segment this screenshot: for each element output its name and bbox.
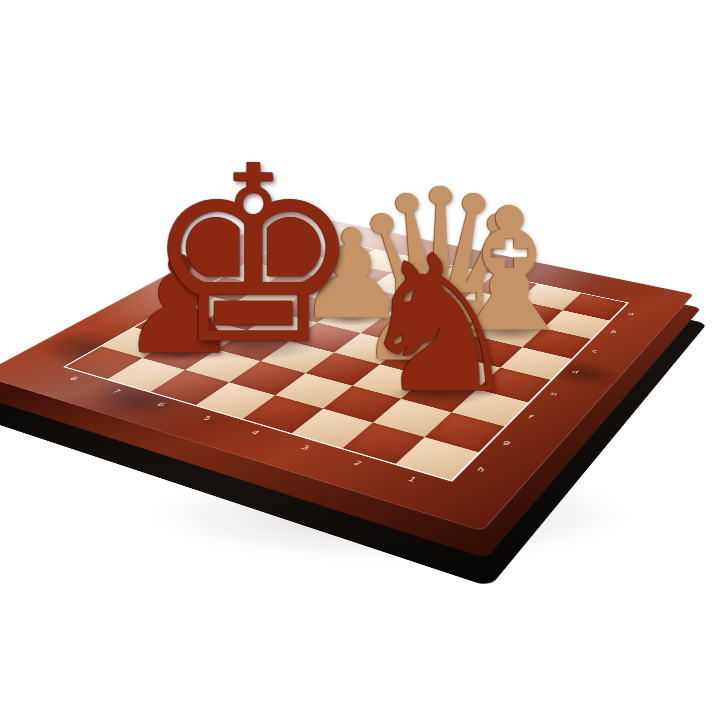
rank-label-6: 6 bbox=[155, 402, 166, 408]
file-label-f: f bbox=[526, 414, 533, 419]
dark-knight-f2[interactable]: ♞ bbox=[354, 231, 524, 420]
file-label-b: b bbox=[610, 330, 619, 335]
rank-label-5: 5 bbox=[201, 416, 212, 422]
rank-label-8: 8 bbox=[68, 376, 79, 381]
rank-label-7: 7 bbox=[111, 389, 122, 394]
file-label-a: a bbox=[627, 312, 635, 316]
file-label-d: d bbox=[571, 369, 580, 374]
rank-label-4: 4 bbox=[249, 430, 260, 436]
rank-label-1: 1 bbox=[406, 476, 418, 483]
file-label-c: c bbox=[591, 349, 599, 354]
file-label-h: h bbox=[476, 466, 487, 473]
dark-king-f6[interactable]: ♚ bbox=[144, 134, 362, 378]
file-label-g: g bbox=[502, 439, 513, 445]
photo-stage: 87654321abcdefgh ♟♟♚♛♝♟♞ bbox=[0, 0, 720, 720]
rank-label-3: 3 bbox=[299, 445, 311, 451]
rank-label-2: 2 bbox=[351, 460, 363, 467]
file-label-e: e bbox=[549, 391, 559, 396]
